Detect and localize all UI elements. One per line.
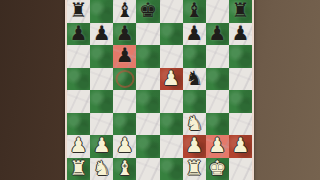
- square-f2[interactable]: ♟: [183, 135, 206, 158]
- square-g5[interactable]: [206, 68, 229, 91]
- square-h6[interactable]: [229, 45, 252, 68]
- square-a5[interactable]: [67, 68, 90, 91]
- black-pawn[interactable]: ♟: [231, 23, 249, 43]
- white-king[interactable]: ♚: [208, 158, 226, 178]
- black-rook[interactable]: ♜: [70, 0, 88, 20]
- white-rook[interactable]: ♜: [185, 158, 203, 178]
- chess-board: ♜♝♚♝♜♟♟♟♟♟♟♟♟♞♞♟♟♟♟♟♟♜♞♝♜♚: [67, 0, 252, 180]
- black-pawn[interactable]: ♟: [93, 23, 111, 43]
- page-background: ♜♝♚♝♜♟♟♟♟♟♟♟♟♞♞♟♟♟♟♟♟♜♞♝♜♚: [0, 0, 320, 180]
- white-pawn[interactable]: ♟: [208, 135, 226, 155]
- square-f6[interactable]: [183, 45, 206, 68]
- square-a1[interactable]: ♜: [67, 158, 90, 181]
- square-f5[interactable]: ♞: [183, 68, 206, 91]
- white-rook[interactable]: ♜: [70, 158, 88, 178]
- square-c4[interactable]: [113, 90, 136, 113]
- square-a6[interactable]: [67, 45, 90, 68]
- square-d5[interactable]: [136, 68, 159, 91]
- square-c2[interactable]: ♟: [113, 135, 136, 158]
- black-king[interactable]: ♚: [139, 0, 157, 20]
- black-pawn[interactable]: ♟: [116, 45, 134, 65]
- square-e7[interactable]: [160, 23, 183, 46]
- square-a2[interactable]: ♟: [67, 135, 90, 158]
- white-knight[interactable]: ♞: [185, 113, 203, 133]
- square-f3[interactable]: ♞: [183, 113, 206, 136]
- white-knight[interactable]: ♞: [93, 158, 111, 178]
- square-c6[interactable]: ♟: [113, 45, 136, 68]
- square-c5[interactable]: [113, 68, 136, 91]
- white-pawn[interactable]: ♟: [70, 135, 88, 155]
- square-f8[interactable]: ♝: [183, 0, 206, 23]
- square-d8[interactable]: ♚: [136, 0, 159, 23]
- square-f1[interactable]: ♜: [183, 158, 206, 181]
- square-a7[interactable]: ♟: [67, 23, 90, 46]
- square-a8[interactable]: ♜: [67, 0, 90, 23]
- square-d3[interactable]: [136, 113, 159, 136]
- square-e2[interactable]: [160, 135, 183, 158]
- square-e1[interactable]: [160, 158, 183, 181]
- white-pawn[interactable]: ♟: [93, 135, 111, 155]
- square-g2[interactable]: ♟: [206, 135, 229, 158]
- black-pawn[interactable]: ♟: [185, 23, 203, 43]
- square-d6[interactable]: [136, 45, 159, 68]
- square-c1[interactable]: ♝: [113, 158, 136, 181]
- black-bishop[interactable]: ♝: [185, 0, 203, 20]
- square-g4[interactable]: [206, 90, 229, 113]
- square-e3[interactable]: [160, 113, 183, 136]
- square-b2[interactable]: ♟: [90, 135, 113, 158]
- white-bishop[interactable]: ♝: [116, 158, 134, 178]
- square-a3[interactable]: [67, 113, 90, 136]
- square-e8[interactable]: [160, 0, 183, 23]
- square-d7[interactable]: [136, 23, 159, 46]
- square-b4[interactable]: [90, 90, 113, 113]
- white-pawn[interactable]: ♟: [116, 135, 134, 155]
- square-b1[interactable]: ♞: [90, 158, 113, 181]
- square-d4[interactable]: [136, 90, 159, 113]
- square-g8[interactable]: [206, 0, 229, 23]
- black-pawn[interactable]: ♟: [70, 23, 88, 43]
- square-a4[interactable]: [67, 90, 90, 113]
- square-g6[interactable]: [206, 45, 229, 68]
- square-h2[interactable]: ♟: [229, 135, 252, 158]
- square-b7[interactable]: ♟: [90, 23, 113, 46]
- black-bishop[interactable]: ♝: [116, 0, 134, 20]
- square-b8[interactable]: [90, 0, 113, 23]
- square-e5[interactable]: ♟: [160, 68, 183, 91]
- black-pawn[interactable]: ♟: [208, 23, 226, 43]
- square-d1[interactable]: [136, 158, 159, 181]
- square-g7[interactable]: ♟: [206, 23, 229, 46]
- black-pawn[interactable]: ♟: [116, 23, 134, 43]
- square-g1[interactable]: ♚: [206, 158, 229, 181]
- square-h8[interactable]: ♜: [229, 0, 252, 23]
- square-c8[interactable]: ♝: [113, 0, 136, 23]
- square-b6[interactable]: [90, 45, 113, 68]
- square-f4[interactable]: [183, 90, 206, 113]
- square-d2[interactable]: [136, 135, 159, 158]
- circle-annotation-c5: [115, 70, 134, 88]
- black-rook[interactable]: ♜: [231, 0, 249, 20]
- white-pawn[interactable]: ♟: [185, 135, 203, 155]
- square-c7[interactable]: ♟: [113, 23, 136, 46]
- square-h5[interactable]: [229, 68, 252, 91]
- square-c3[interactable]: [113, 113, 136, 136]
- square-h3[interactable]: [229, 113, 252, 136]
- square-e6[interactable]: [160, 45, 183, 68]
- square-h7[interactable]: ♟: [229, 23, 252, 46]
- chess-board-frame: ♜♝♚♝♜♟♟♟♟♟♟♟♟♞♞♟♟♟♟♟♟♜♞♝♜♚: [65, 0, 254, 180]
- square-h4[interactable]: [229, 90, 252, 113]
- square-e4[interactable]: [160, 90, 183, 113]
- square-f7[interactable]: ♟: [183, 23, 206, 46]
- square-b5[interactable]: [90, 68, 113, 91]
- black-knight[interactable]: ♞: [185, 68, 203, 88]
- white-pawn[interactable]: ♟: [231, 135, 249, 155]
- square-g3[interactable]: [206, 113, 229, 136]
- white-pawn[interactable]: ♟: [162, 68, 180, 88]
- square-b3[interactable]: [90, 113, 113, 136]
- square-h1[interactable]: [229, 158, 252, 181]
